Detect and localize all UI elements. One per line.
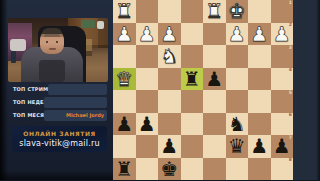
piece-white-king: ♚ <box>228 0 246 22</box>
webcam-bottle <box>11 51 16 63</box>
square-d2[interactable] <box>203 23 226 46</box>
square-h8[interactable]: ♜ <box>113 158 136 181</box>
rank-coordinate-1: 1 <box>289 1 292 6</box>
square-h3[interactable] <box>113 45 136 68</box>
square-g6[interactable]: ♟ <box>136 113 159 136</box>
square-d6[interactable] <box>203 113 226 136</box>
piece-white-rook: ♜ <box>115 0 133 22</box>
square-f7[interactable]: ♟ <box>158 135 181 158</box>
square-d5[interactable] <box>203 90 226 113</box>
top-stream-value-slot <box>48 84 107 95</box>
square-g5[interactable] <box>136 90 159 113</box>
square-c5[interactable] <box>226 90 249 113</box>
square-c2[interactable]: ♟ <box>226 23 249 46</box>
square-e2[interactable] <box>181 23 204 46</box>
piece-black-pawn: ♟ <box>250 135 268 157</box>
piece-black-pawn: ♟ <box>115 113 133 135</box>
square-h2[interactable]: ♟ <box>113 23 136 46</box>
leaderboard-row-week: ТОП НЕДЕЛЯ <box>13 97 107 109</box>
piece-black-king: ♚ <box>160 158 178 180</box>
streamer-webcam <box>8 18 108 82</box>
online-lessons-title: ОНЛАЙН ЗАНЯТИЯ <box>12 130 107 137</box>
piece-white-queen: ♛ <box>115 68 133 90</box>
square-e3[interactable] <box>181 45 204 68</box>
piece-black-knight: ♞ <box>228 113 246 135</box>
square-b2[interactable]: ♟ <box>248 23 271 46</box>
square-f4[interactable] <box>158 68 181 91</box>
square-a8[interactable]: 8 <box>271 158 294 181</box>
piece-black-pawn: ♟ <box>160 135 178 157</box>
webcam-shelf-jar <box>97 21 104 29</box>
piece-white-pawn: ♟ <box>138 23 156 45</box>
square-f8[interactable]: ♚ <box>158 158 181 181</box>
piece-white-pawn: ♟ <box>115 23 133 45</box>
piece-black-pawn: ♟ <box>138 113 156 135</box>
square-h1[interactable]: ♜ <box>113 0 136 23</box>
leaderboard-row-month: ТОП МЕСЯЦ Michael Jordy <box>13 110 107 122</box>
square-b6[interactable] <box>248 113 271 136</box>
stream-frame: ТОП СТРИМ ТОП НЕДЕЛЯ ТОП МЕСЯЦ Michael J… <box>0 0 320 180</box>
right-edge-shadow <box>316 0 320 180</box>
rank-coordinate-8: 8 <box>289 158 292 163</box>
square-e1[interactable] <box>181 0 204 23</box>
square-d1[interactable]: ♜ <box>203 0 226 23</box>
piece-white-pawn: ♟ <box>160 23 178 45</box>
left-edge-shadow <box>0 0 8 180</box>
leaderboard-row-stream: ТОП СТРИМ <box>13 84 107 96</box>
piece-black-rook: ♜ <box>183 68 201 90</box>
square-h7[interactable] <box>113 135 136 158</box>
rank-coordinate-7: 7 <box>289 136 292 141</box>
square-c1[interactable]: ♚ <box>226 0 249 23</box>
square-b5[interactable] <box>248 90 271 113</box>
square-b3[interactable] <box>248 45 271 68</box>
chess-board: ♜♜♚1♟♟♟♟♟♟2♞3♛♜♟45♟♟♞6♟♛♟♟7♜♚8 <box>113 0 293 180</box>
contact-email: slava-vitik@mail.ru <box>12 139 107 148</box>
top-month-value-slot: Michael Jordy <box>44 110 107 121</box>
square-b7[interactable]: ♟ <box>248 135 271 158</box>
square-b4[interactable] <box>248 68 271 91</box>
bottom-edge-shadow <box>0 170 113 180</box>
square-e6[interactable] <box>181 113 204 136</box>
square-h4[interactable]: ♛ <box>113 68 136 91</box>
rank-coordinate-6: 6 <box>289 113 292 118</box>
square-a6[interactable]: 6 <box>271 113 294 136</box>
top-month-value: Michael Jordy <box>66 110 104 121</box>
square-a5[interactable]: 5 <box>271 90 294 113</box>
square-e8[interactable] <box>181 158 204 181</box>
square-g1[interactable] <box>136 0 159 23</box>
square-g4[interactable] <box>136 68 159 91</box>
square-a2[interactable]: ♟2 <box>271 23 294 46</box>
square-h6[interactable]: ♟ <box>113 113 136 136</box>
square-e5[interactable] <box>181 90 204 113</box>
square-f5[interactable] <box>158 90 181 113</box>
square-a3[interactable]: 3 <box>271 45 294 68</box>
square-d8[interactable] <box>203 158 226 181</box>
piece-white-pawn: ♟ <box>228 23 246 45</box>
webcam-pillow <box>10 39 26 51</box>
square-h5[interactable] <box>113 90 136 113</box>
square-c6[interactable]: ♞ <box>226 113 249 136</box>
square-a1[interactable]: 1 <box>271 0 294 23</box>
square-a4[interactable]: 4 <box>271 68 294 91</box>
square-c8[interactable] <box>226 158 249 181</box>
square-a7[interactable]: ♟7 <box>271 135 294 158</box>
rank-coordinate-2: 2 <box>289 23 292 28</box>
streamer-eyes <box>46 41 58 43</box>
top-week-value-slot <box>44 97 107 108</box>
square-c7[interactable]: ♛ <box>226 135 249 158</box>
square-g8[interactable] <box>136 158 159 181</box>
square-d7[interactable] <box>203 135 226 158</box>
square-d3[interactable] <box>203 45 226 68</box>
square-f3[interactable]: ♞ <box>158 45 181 68</box>
rank-coordinate-5: 5 <box>289 91 292 96</box>
streamer-mouth <box>49 48 56 50</box>
square-e7[interactable] <box>181 135 204 158</box>
rank-coordinate-4: 4 <box>289 68 292 73</box>
square-f1[interactable] <box>158 0 181 23</box>
piece-black-rook: ♜ <box>115 158 133 180</box>
square-g2[interactable]: ♟ <box>136 23 159 46</box>
top-stream-label: ТОП СТРИМ <box>13 86 48 92</box>
square-e4[interactable]: ♜ <box>181 68 204 91</box>
square-f2[interactable]: ♟ <box>158 23 181 46</box>
rank-coordinate-3: 3 <box>289 46 292 51</box>
piece-black-pawn: ♟ <box>205 68 223 90</box>
piece-white-knight: ♞ <box>160 45 178 67</box>
square-b8[interactable] <box>248 158 271 181</box>
square-g7[interactable] <box>136 135 159 158</box>
square-b1[interactable] <box>248 0 271 23</box>
webcam-shelf-box <box>81 20 95 28</box>
piece-white-rook: ♜ <box>205 0 223 22</box>
online-lessons-banner: ОНЛАЙН ЗАНЯТИЯ slava-vitik@mail.ru <box>12 126 107 152</box>
piece-black-queen: ♛ <box>228 135 246 157</box>
square-f6[interactable] <box>158 113 181 136</box>
piece-white-pawn: ♟ <box>250 23 268 45</box>
streamer-hair <box>42 28 62 34</box>
square-g3[interactable] <box>136 45 159 68</box>
square-c4[interactable] <box>226 68 249 91</box>
square-c3[interactable] <box>226 45 249 68</box>
streamer-shirt-print <box>39 60 65 82</box>
square-d4[interactable]: ♟ <box>203 68 226 91</box>
